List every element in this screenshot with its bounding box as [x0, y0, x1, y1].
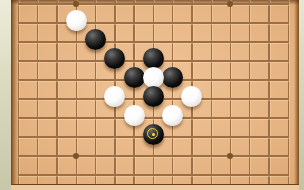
white-stone	[124, 105, 145, 126]
black-stone	[143, 124, 164, 145]
black-stone	[85, 29, 106, 50]
star-point	[73, 1, 79, 7]
grid-line-h	[18, 41, 289, 42]
grid-line-h	[18, 3, 289, 4]
black-stone	[124, 67, 145, 88]
game-table	[0, 0, 304, 190]
grid-line-h	[18, 22, 289, 23]
black-stone	[162, 67, 183, 88]
star-point	[73, 153, 79, 159]
star-point	[227, 153, 233, 159]
grid-line-h	[18, 117, 289, 118]
black-stone	[104, 48, 125, 69]
black-stone	[143, 48, 164, 69]
grid-line-h	[18, 155, 289, 156]
grid-line-h	[18, 174, 289, 175]
white-stone	[66, 10, 87, 31]
board-right-edge	[294, 0, 299, 190]
white-stone	[181, 86, 202, 107]
board-front-face	[11, 184, 299, 190]
gomoku-board[interactable]	[11, 0, 299, 190]
white-stone	[162, 105, 183, 126]
white-stone	[104, 86, 125, 107]
white-stone	[143, 67, 164, 88]
black-stone	[143, 86, 164, 107]
star-point	[227, 1, 233, 7]
